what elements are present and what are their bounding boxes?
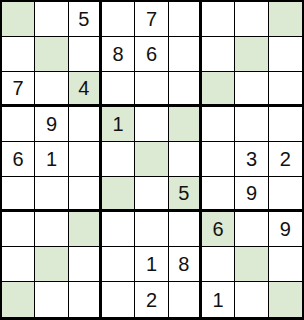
cell-r8c6-given-8[interactable]: 8 [169, 247, 202, 282]
cell-r6c3-empty[interactable] [69, 177, 102, 212]
cell-r5c7-empty[interactable] [202, 142, 235, 177]
cell-r5c5-empty[interactable] [135, 142, 168, 177]
cell-r4c6-empty[interactable] [169, 107, 202, 142]
cell-r3c8-empty[interactable] [235, 72, 268, 107]
cell-r1c8-empty[interactable] [235, 2, 268, 37]
cell-r7c7-given-6[interactable]: 6 [202, 212, 235, 247]
cell-r2c8-empty[interactable] [235, 37, 268, 72]
cell-r1c6-empty[interactable] [169, 2, 202, 37]
cell-r9c7-given-1[interactable]: 1 [202, 282, 235, 317]
cell-r8c5-given-1[interactable]: 1 [135, 247, 168, 282]
cell-r6c6-given-5[interactable]: 5 [169, 177, 202, 212]
cell-r4c1-empty[interactable] [2, 107, 35, 142]
cell-r1c5-given-7[interactable]: 7 [135, 2, 168, 37]
cell-r2c9-empty[interactable] [269, 37, 302, 72]
cell-r6c9-empty[interactable] [269, 177, 302, 212]
cell-r7c5-empty[interactable] [135, 212, 168, 247]
cell-r9c8-empty[interactable] [235, 282, 268, 317]
cell-r3c3-given-4[interactable]: 4 [69, 72, 102, 107]
cell-r8c1-empty[interactable] [2, 247, 35, 282]
cell-r4c5-empty[interactable] [135, 107, 168, 142]
cell-r5c3-empty[interactable] [69, 142, 102, 177]
cell-r4c2-given-9[interactable]: 9 [35, 107, 68, 142]
cell-r3c5-empty[interactable] [135, 72, 168, 107]
cell-r1c9-empty[interactable] [269, 2, 302, 37]
cell-r8c2-empty[interactable] [35, 247, 68, 282]
cell-r2c5-given-6[interactable]: 6 [135, 37, 168, 72]
cell-r3c1-given-7[interactable]: 7 [2, 72, 35, 107]
cell-r5c8-given-3[interactable]: 3 [235, 142, 268, 177]
cell-r4c9-empty[interactable] [269, 107, 302, 142]
cell-r1c4-empty[interactable] [102, 2, 135, 37]
cell-r6c2-empty[interactable] [35, 177, 68, 212]
cell-r7c2-empty[interactable] [35, 212, 68, 247]
cell-r4c7-empty[interactable] [202, 107, 235, 142]
cell-r2c1-empty[interactable] [2, 37, 35, 72]
cell-r8c7-empty[interactable] [202, 247, 235, 282]
cell-r9c2-empty[interactable] [35, 282, 68, 317]
cell-r8c4-empty[interactable] [102, 247, 135, 282]
cell-r7c6-empty[interactable] [169, 212, 202, 247]
cell-r7c4-empty[interactable] [102, 212, 135, 247]
cell-r2c7-empty[interactable] [202, 37, 235, 72]
cell-r7c9-given-9[interactable]: 9 [269, 212, 302, 247]
cell-r4c3-empty[interactable] [69, 107, 102, 142]
cell-r3c9-empty[interactable] [269, 72, 302, 107]
cell-r9c9-empty[interactable] [269, 282, 302, 317]
cell-r9c3-empty[interactable] [69, 282, 102, 317]
cell-r1c1-empty[interactable] [2, 2, 35, 37]
cell-r3c7-empty[interactable] [202, 72, 235, 107]
cell-r5c1-given-6[interactable]: 6 [2, 142, 35, 177]
cell-r2c3-empty[interactable] [69, 37, 102, 72]
cell-r1c2-empty[interactable] [35, 2, 68, 37]
cell-r7c3-empty[interactable] [69, 212, 102, 247]
cell-r6c1-empty[interactable] [2, 177, 35, 212]
cell-r3c2-empty[interactable] [35, 72, 68, 107]
cell-r4c8-empty[interactable] [235, 107, 268, 142]
sudoku-board: 57867491613259691821 [0, 0, 304, 320]
cell-r3c6-empty[interactable] [169, 72, 202, 107]
cell-r5c4-empty[interactable] [102, 142, 135, 177]
cell-r7c8-empty[interactable] [235, 212, 268, 247]
cell-r6c8-given-9[interactable]: 9 [235, 177, 268, 212]
cell-r9c5-given-2[interactable]: 2 [135, 282, 168, 317]
cell-r9c6-empty[interactable] [169, 282, 202, 317]
cell-r8c9-empty[interactable] [269, 247, 302, 282]
cell-r5c6-empty[interactable] [169, 142, 202, 177]
cell-r6c4-empty[interactable] [102, 177, 135, 212]
cell-r7c1-empty[interactable] [2, 212, 35, 247]
cell-r8c3-empty[interactable] [69, 247, 102, 282]
cell-r2c4-given-8[interactable]: 8 [102, 37, 135, 72]
cell-r4c4-given-1[interactable]: 1 [102, 107, 135, 142]
cell-r2c2-empty[interactable] [35, 37, 68, 72]
cell-r2c6-empty[interactable] [169, 37, 202, 72]
cell-r1c3-given-5[interactable]: 5 [69, 2, 102, 37]
cell-r6c7-empty[interactable] [202, 177, 235, 212]
cell-r5c2-given-1[interactable]: 1 [35, 142, 68, 177]
cell-r5c9-given-2[interactable]: 2 [269, 142, 302, 177]
cell-r9c1-empty[interactable] [2, 282, 35, 317]
cell-r9c4-empty[interactable] [102, 282, 135, 317]
cell-r3c4-empty[interactable] [102, 72, 135, 107]
cell-r1c7-empty[interactable] [202, 2, 235, 37]
cell-r8c8-empty[interactable] [235, 247, 268, 282]
cell-r6c5-empty[interactable] [135, 177, 168, 212]
